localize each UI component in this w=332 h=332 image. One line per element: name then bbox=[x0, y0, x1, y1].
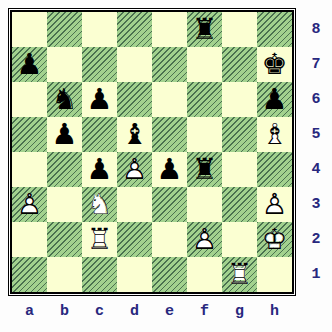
square-b7[interactable] bbox=[47, 47, 82, 82]
white-rook-icon: ♖ bbox=[222, 257, 257, 292]
white-bishop-icon: ♗ bbox=[257, 117, 292, 152]
square-d3[interactable] bbox=[117, 187, 152, 222]
square-a7[interactable]: ♟ bbox=[12, 47, 47, 82]
square-h2[interactable]: ♚♔ bbox=[257, 222, 292, 257]
board[interactable]: ♜♟♚♞♟♟♟♝♝♗♟♟♙♟♜♟♙♞♘♟♙♜♖♟♙♚♔♜♖ bbox=[12, 12, 292, 292]
square-a4[interactable] bbox=[12, 152, 47, 187]
black-pawn-icon: ♟ bbox=[12, 47, 47, 82]
file-label-g: g bbox=[222, 299, 257, 323]
square-f6[interactable] bbox=[187, 82, 222, 117]
square-h8[interactable] bbox=[257, 12, 292, 47]
white-bishop-h5[interactable]: ♝♗ bbox=[257, 117, 292, 152]
black-pawn-c6[interactable]: ♟ bbox=[82, 82, 117, 117]
rank-label-1: 1 bbox=[302, 257, 330, 292]
black-rook-icon: ♜ bbox=[187, 12, 222, 47]
file-label-c: c bbox=[82, 299, 117, 323]
black-pawn-icon: ♟ bbox=[152, 152, 187, 187]
square-b6[interactable]: ♞ bbox=[47, 82, 82, 117]
black-king-icon: ♚ bbox=[257, 47, 292, 82]
white-king-icon: ♔ bbox=[257, 222, 292, 257]
square-b4[interactable] bbox=[47, 152, 82, 187]
square-c3[interactable]: ♞♘ bbox=[82, 187, 117, 222]
white-pawn-a3[interactable]: ♟♙ bbox=[12, 187, 47, 222]
square-c1[interactable] bbox=[82, 257, 117, 292]
square-b5[interactable]: ♟ bbox=[47, 117, 82, 152]
square-c8[interactable] bbox=[82, 12, 117, 47]
rank-label-7: 7 bbox=[302, 47, 330, 82]
square-d2[interactable] bbox=[117, 222, 152, 257]
white-pawn-f2[interactable]: ♟♙ bbox=[187, 222, 222, 257]
square-f5[interactable] bbox=[187, 117, 222, 152]
white-pawn-d4[interactable]: ♟♙ bbox=[117, 152, 152, 187]
square-f2[interactable]: ♟♙ bbox=[187, 222, 222, 257]
square-c2[interactable]: ♜♖ bbox=[82, 222, 117, 257]
square-h4[interactable] bbox=[257, 152, 292, 187]
square-b2[interactable] bbox=[47, 222, 82, 257]
square-f3[interactable] bbox=[187, 187, 222, 222]
board-border: ♜♟♚♞♟♟♟♝♝♗♟♟♙♟♜♟♙♞♘♟♙♜♖♟♙♚♔♜♖ bbox=[10, 10, 294, 294]
square-h5[interactable]: ♝♗ bbox=[257, 117, 292, 152]
file-label-d: d bbox=[117, 299, 152, 323]
black-pawn-icon: ♟ bbox=[257, 82, 292, 117]
black-king-h7[interactable]: ♚ bbox=[257, 47, 292, 82]
square-g7[interactable] bbox=[222, 47, 257, 82]
black-pawn-b5[interactable]: ♟ bbox=[47, 117, 82, 152]
square-h3[interactable]: ♟♙ bbox=[257, 187, 292, 222]
square-g6[interactable] bbox=[222, 82, 257, 117]
square-c7[interactable] bbox=[82, 47, 117, 82]
square-c6[interactable]: ♟ bbox=[82, 82, 117, 117]
black-bishop-d5[interactable]: ♝ bbox=[117, 117, 152, 152]
square-g4[interactable] bbox=[222, 152, 257, 187]
white-pawn-icon: ♙ bbox=[12, 187, 47, 222]
square-e4[interactable]: ♟ bbox=[152, 152, 187, 187]
square-e3[interactable] bbox=[152, 187, 187, 222]
black-bishop-icon: ♝ bbox=[117, 117, 152, 152]
square-c4[interactable]: ♟ bbox=[82, 152, 117, 187]
white-pawn-icon: ♙ bbox=[187, 222, 222, 257]
black-knight-b6[interactable]: ♞ bbox=[47, 82, 82, 117]
square-g8[interactable] bbox=[222, 12, 257, 47]
square-e2[interactable] bbox=[152, 222, 187, 257]
black-rook-f4[interactable]: ♜ bbox=[187, 152, 222, 187]
square-d7[interactable] bbox=[117, 47, 152, 82]
rank-label-5: 5 bbox=[302, 117, 330, 152]
square-f8[interactable]: ♜ bbox=[187, 12, 222, 47]
black-pawn-icon: ♟ bbox=[47, 117, 82, 152]
rank-label-2: 2 bbox=[302, 222, 330, 257]
square-g2[interactable] bbox=[222, 222, 257, 257]
white-pawn-icon: ♙ bbox=[257, 187, 292, 222]
square-b8[interactable] bbox=[47, 12, 82, 47]
black-rook-f8[interactable]: ♜ bbox=[187, 12, 222, 47]
white-knight-c3[interactable]: ♞♘ bbox=[82, 187, 117, 222]
square-b3[interactable] bbox=[47, 187, 82, 222]
file-label-a: a bbox=[12, 299, 47, 323]
black-pawn-c4[interactable]: ♟ bbox=[82, 152, 117, 187]
square-e7[interactable] bbox=[152, 47, 187, 82]
white-rook-c2[interactable]: ♜♖ bbox=[82, 222, 117, 257]
rank-label-3: 3 bbox=[302, 187, 330, 222]
black-knight-icon: ♞ bbox=[47, 82, 82, 117]
file-label-f: f bbox=[187, 299, 222, 323]
square-a1[interactable] bbox=[12, 257, 47, 292]
black-pawn-icon: ♟ bbox=[82, 152, 117, 187]
square-g5[interactable] bbox=[222, 117, 257, 152]
square-d8[interactable] bbox=[117, 12, 152, 47]
black-pawn-h6[interactable]: ♟ bbox=[257, 82, 292, 117]
black-pawn-e4[interactable]: ♟ bbox=[152, 152, 187, 187]
white-pawn-h3[interactable]: ♟♙ bbox=[257, 187, 292, 222]
square-e8[interactable] bbox=[152, 12, 187, 47]
square-d4[interactable]: ♟♙ bbox=[117, 152, 152, 187]
square-f1[interactable] bbox=[187, 257, 222, 292]
square-a6[interactable] bbox=[12, 82, 47, 117]
square-h1[interactable] bbox=[257, 257, 292, 292]
file-label-h: h bbox=[257, 299, 292, 323]
square-d5[interactable]: ♝ bbox=[117, 117, 152, 152]
board-frame: ♜♟♚♞♟♟♟♝♝♗♟♟♙♟♜♟♙♞♘♟♙♜♖♟♙♚♔♜♖ bbox=[8, 8, 296, 296]
file-labels: abcdefgh bbox=[12, 299, 292, 323]
rank-label-8: 8 bbox=[302, 12, 330, 47]
rank-label-4: 4 bbox=[302, 152, 330, 187]
square-h6[interactable]: ♟ bbox=[257, 82, 292, 117]
black-pawn-icon: ♟ bbox=[82, 82, 117, 117]
square-a5[interactable] bbox=[12, 117, 47, 152]
white-knight-icon: ♘ bbox=[82, 187, 117, 222]
square-d6[interactable] bbox=[117, 82, 152, 117]
square-g1[interactable]: ♜♖ bbox=[222, 257, 257, 292]
white-rook-icon: ♖ bbox=[82, 222, 117, 257]
black-rook-icon: ♜ bbox=[187, 152, 222, 187]
white-rook-g1[interactable]: ♜♖ bbox=[222, 257, 257, 292]
file-label-e: e bbox=[152, 299, 187, 323]
file-label-b: b bbox=[47, 299, 82, 323]
square-a2[interactable] bbox=[12, 222, 47, 257]
square-f4[interactable]: ♜ bbox=[187, 152, 222, 187]
square-h7[interactable]: ♚ bbox=[257, 47, 292, 82]
square-a3[interactable]: ♟♙ bbox=[12, 187, 47, 222]
rank-labels: 87654321 bbox=[302, 12, 330, 292]
white-pawn-icon: ♙ bbox=[117, 152, 152, 187]
square-e6[interactable] bbox=[152, 82, 187, 117]
square-e5[interactable] bbox=[152, 117, 187, 152]
rank-label-6: 6 bbox=[302, 82, 330, 117]
square-a8[interactable] bbox=[12, 12, 47, 47]
black-pawn-a7[interactable]: ♟ bbox=[12, 47, 47, 82]
square-b1[interactable] bbox=[47, 257, 82, 292]
chess-diagram-page: ♜♟♚♞♟♟♟♝♝♗♟♟♙♟♜♟♙♞♘♟♙♜♖♟♙♚♔♜♖ 87654321 a… bbox=[0, 0, 332, 332]
square-d1[interactable] bbox=[117, 257, 152, 292]
square-f7[interactable] bbox=[187, 47, 222, 82]
square-c5[interactable] bbox=[82, 117, 117, 152]
square-e1[interactable] bbox=[152, 257, 187, 292]
square-g3[interactable] bbox=[222, 187, 257, 222]
white-king-h2[interactable]: ♚♔ bbox=[257, 222, 292, 257]
